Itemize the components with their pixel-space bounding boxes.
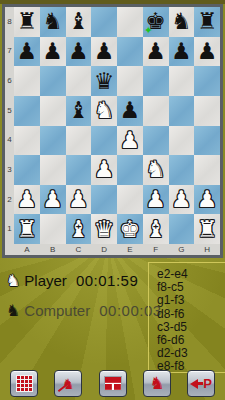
square-b1[interactable] bbox=[40, 214, 66, 244]
square-c1[interactable]: ♝ bbox=[66, 214, 92, 244]
square-b7[interactable]: ♟ bbox=[40, 37, 66, 67]
black-rook: ♜ bbox=[17, 10, 38, 33]
square-g4[interactable] bbox=[169, 126, 195, 156]
computer-move-button[interactable]: ♞ bbox=[143, 370, 171, 397]
square-d6[interactable]: ♛ bbox=[91, 66, 117, 96]
square-h1[interactable]: ♜ bbox=[194, 214, 220, 244]
chess-board: 8♜♞♝♚✦♞♜7♟♟♟♟♟♟♟6♛5♝♞♟4♟3♟♞2♟♟♟♟♟♟1♜♝♛♚♝… bbox=[2, 4, 223, 258]
rank-label-1: 1 bbox=[5, 214, 14, 244]
black-pawn: ♟ bbox=[68, 40, 89, 63]
rank-label-3: 3 bbox=[5, 155, 14, 185]
file-label-f: F bbox=[143, 244, 169, 255]
square-h7[interactable]: ♟ bbox=[194, 37, 220, 67]
square-d4[interactable] bbox=[91, 126, 117, 156]
square-g1[interactable] bbox=[169, 214, 195, 244]
square-e4[interactable]: ♟ bbox=[117, 126, 143, 156]
square-b2[interactable]: ♟ bbox=[40, 185, 66, 215]
info-panel: ♞ Player 00:01:59 ♞ Computer 00:00:03 e2… bbox=[0, 258, 225, 400]
chess-app: 8♜♞♝♚✦♞♜7♟♟♟♟♟♟♟6♛5♝♞♟4♟3♟♞2♟♟♟♟♟♟1♜♝♛♚♝… bbox=[0, 0, 225, 400]
square-e5[interactable]: ♟ bbox=[117, 96, 143, 126]
file-label-c: C bbox=[66, 244, 92, 255]
square-a2[interactable]: ♟ bbox=[14, 185, 40, 215]
rank-label-5: 5 bbox=[5, 96, 14, 126]
toolbar: ♞ ♞ P bbox=[0, 369, 225, 398]
square-b8[interactable]: ♞ bbox=[40, 7, 66, 37]
last-move-marker: ✦ bbox=[144, 25, 153, 36]
black-pawn: ♟ bbox=[145, 40, 166, 63]
square-b4[interactable] bbox=[40, 126, 66, 156]
square-b3[interactable] bbox=[40, 155, 66, 185]
move-3: g1-f3 bbox=[157, 294, 223, 307]
square-e2[interactable] bbox=[117, 185, 143, 215]
white-bishop: ♝ bbox=[145, 218, 166, 241]
board-corner bbox=[5, 244, 14, 255]
square-f2[interactable]: ♟ bbox=[143, 185, 169, 215]
square-d3[interactable]: ♟ bbox=[91, 155, 117, 185]
white-knight: ♞ bbox=[94, 99, 115, 122]
file-label-b: B bbox=[40, 244, 66, 255]
white-queen: ♛ bbox=[94, 218, 115, 241]
rank-label-6: 6 bbox=[5, 66, 14, 96]
takeback-button[interactable]: P bbox=[187, 370, 215, 397]
white-pawn: ♟ bbox=[197, 188, 218, 211]
square-e8[interactable] bbox=[117, 7, 143, 37]
square-g6[interactable] bbox=[169, 66, 195, 96]
black-pawn: ♟ bbox=[171, 40, 192, 63]
arrow-left-icon bbox=[190, 379, 198, 389]
square-h3[interactable] bbox=[194, 155, 220, 185]
square-c7[interactable]: ♟ bbox=[66, 37, 92, 67]
square-h2[interactable]: ♟ bbox=[194, 185, 220, 215]
black-pawn: ♟ bbox=[42, 40, 63, 63]
white-rook: ♜ bbox=[197, 218, 218, 241]
board-setup-icon bbox=[104, 376, 122, 391]
square-c8[interactable]: ♝ bbox=[66, 7, 92, 37]
square-h6[interactable] bbox=[194, 66, 220, 96]
square-f8[interactable]: ♚✦ bbox=[143, 7, 169, 37]
square-d2[interactable] bbox=[91, 185, 117, 215]
file-label-h: H bbox=[194, 244, 220, 255]
square-f3[interactable]: ♞ bbox=[143, 155, 169, 185]
white-bishop: ♝ bbox=[68, 218, 89, 241]
square-b6[interactable] bbox=[40, 66, 66, 96]
square-h5[interactable] bbox=[194, 96, 220, 126]
white-king: ♚ bbox=[120, 218, 141, 241]
white-knight: ♞ bbox=[145, 158, 166, 181]
white-pawn: ♟ bbox=[145, 188, 166, 211]
clocks: ♞ Player 00:01:59 ♞ Computer 00:00:03 bbox=[6, 272, 146, 332]
square-b5[interactable] bbox=[40, 96, 66, 126]
square-c2[interactable]: ♟ bbox=[66, 185, 92, 215]
square-c6[interactable] bbox=[66, 66, 92, 96]
black-bishop: ♝ bbox=[68, 99, 89, 122]
player-clock: 00:01:59 bbox=[76, 272, 138, 289]
white-pawn: ♟ bbox=[42, 188, 63, 211]
move-4: d8-f6 bbox=[157, 308, 223, 321]
rank-label-4: 4 bbox=[5, 126, 14, 156]
white-pawn: ♟ bbox=[171, 188, 192, 211]
rank-label-2: 2 bbox=[5, 185, 14, 215]
file-label-a: A bbox=[14, 244, 40, 255]
player-name: Player bbox=[24, 272, 67, 289]
board-grid: 8♜♞♝♚✦♞♜7♟♟♟♟♟♟♟6♛5♝♞♟4♟3♟♞2♟♟♟♟♟♟1♜♝♛♚♝… bbox=[5, 7, 220, 255]
square-c5[interactable]: ♝ bbox=[66, 96, 92, 126]
square-g7[interactable]: ♟ bbox=[169, 37, 195, 67]
square-g2[interactable]: ♟ bbox=[169, 185, 195, 215]
square-e6[interactable] bbox=[117, 66, 143, 96]
square-d8[interactable] bbox=[91, 7, 117, 37]
white-knight-icon: ♞ bbox=[6, 273, 20, 289]
computer-name: Computer bbox=[24, 302, 90, 319]
square-e3[interactable] bbox=[117, 155, 143, 185]
black-pawn: ♟ bbox=[120, 99, 141, 122]
square-f7[interactable]: ♟ bbox=[143, 37, 169, 67]
square-e1[interactable]: ♚ bbox=[117, 214, 143, 244]
square-a3[interactable] bbox=[14, 155, 40, 185]
square-a1[interactable]: ♜ bbox=[14, 214, 40, 244]
square-f4[interactable] bbox=[143, 126, 169, 156]
white-pawn: ♟ bbox=[68, 188, 89, 211]
menu-button[interactable] bbox=[10, 370, 38, 397]
square-a5[interactable] bbox=[14, 96, 40, 126]
square-g8[interactable]: ♞ bbox=[169, 7, 195, 37]
square-d7[interactable]: ♟ bbox=[91, 37, 117, 67]
square-h8[interactable]: ♜ bbox=[194, 7, 220, 37]
black-knight: ♞ bbox=[171, 10, 192, 33]
square-g5[interactable] bbox=[169, 96, 195, 126]
rank-label-8: 8 bbox=[5, 7, 14, 37]
black-bishop: ♝ bbox=[68, 10, 89, 33]
player-clock-row: ♞ Player 00:01:59 bbox=[6, 272, 146, 289]
white-pawn: ♟ bbox=[17, 188, 38, 211]
move-list[interactable]: e2-e4f8-c5g1-f3d8-f6c3-d5f6-d6d2-d3e8-f8 bbox=[148, 262, 225, 373]
file-label-e: E bbox=[117, 244, 143, 255]
white-pawn: ♟ bbox=[120, 129, 141, 152]
square-f5[interactable] bbox=[143, 96, 169, 126]
square-c4[interactable] bbox=[66, 126, 92, 156]
computer-move-icon: ♞ bbox=[149, 375, 164, 392]
black-pawn: ♟ bbox=[197, 40, 218, 63]
computer-clock-row: ♞ Computer 00:00:03 bbox=[6, 302, 146, 319]
square-a7[interactable]: ♟ bbox=[14, 37, 40, 67]
square-f1[interactable]: ♝ bbox=[143, 214, 169, 244]
white-rook: ♜ bbox=[17, 218, 38, 241]
black-queen: ♛ bbox=[94, 70, 115, 93]
black-king: ♚ bbox=[145, 10, 166, 33]
black-pawn: ♟ bbox=[17, 40, 38, 63]
white-pawn: ♟ bbox=[94, 158, 115, 181]
square-h4[interactable] bbox=[194, 126, 220, 156]
takeback-icon: P bbox=[190, 377, 212, 390]
square-e7[interactable] bbox=[117, 37, 143, 67]
file-label-g: G bbox=[169, 244, 195, 255]
file-label-d: D bbox=[91, 244, 117, 255]
square-f6[interactable] bbox=[143, 66, 169, 96]
square-a8[interactable]: ♜ bbox=[14, 7, 40, 37]
black-knight-icon: ♞ bbox=[6, 303, 20, 319]
square-d1[interactable]: ♛ bbox=[91, 214, 117, 244]
square-a6[interactable] bbox=[14, 66, 40, 96]
board-setup-button[interactable] bbox=[99, 370, 127, 397]
black-knight: ♞ bbox=[42, 10, 63, 33]
grid-menu-icon bbox=[16, 375, 33, 392]
rank-label-7: 7 bbox=[5, 37, 14, 67]
square-a4[interactable] bbox=[14, 126, 40, 156]
edit-position-button[interactable]: ♞ bbox=[54, 370, 82, 397]
black-rook: ♜ bbox=[197, 10, 218, 33]
square-c3[interactable] bbox=[66, 155, 92, 185]
black-pawn: ♟ bbox=[94, 40, 115, 63]
square-g3[interactable] bbox=[169, 155, 195, 185]
square-d5[interactable]: ♞ bbox=[91, 96, 117, 126]
